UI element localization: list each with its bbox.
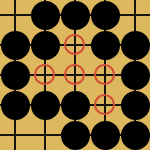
- board-intersection-e1[interactable]: [120, 0, 150, 30]
- black-stone: ●: [1, 91, 30, 120]
- black-stone-glyph: ●: [61, 121, 90, 150]
- black-stone-glyph: ●: [31, 1, 60, 30]
- red-circle-mark: [64, 34, 85, 55]
- black-stone: ●: [61, 91, 90, 120]
- black-stone: ●: [1, 31, 30, 60]
- black-stone-glyph: ●: [31, 31, 60, 60]
- black-stone-glyph: ●: [121, 61, 150, 90]
- black-stone-glyph: ●: [61, 1, 90, 30]
- black-stone-glyph: ●: [1, 61, 30, 90]
- board-intersection-b3[interactable]: [30, 60, 60, 90]
- board-intersection-e4[interactable]: ●: [120, 90, 150, 120]
- board-intersection-c2[interactable]: [60, 30, 90, 60]
- black-stone: ●: [121, 61, 150, 90]
- black-stone: ●: [91, 1, 120, 30]
- black-stone-glyph: ●: [91, 31, 120, 60]
- black-stone: ●: [91, 121, 120, 150]
- black-stone: ●: [31, 1, 60, 30]
- board-intersection-b5[interactable]: [30, 120, 60, 150]
- board-intersection-a1[interactable]: [0, 0, 30, 30]
- black-stone-glyph: ●: [1, 31, 30, 60]
- board-intersection-d5[interactable]: ●: [90, 120, 120, 150]
- black-stone-glyph: ●: [31, 91, 60, 120]
- board-intersection-e3[interactable]: ●: [120, 60, 150, 90]
- black-stone-glyph: ●: [121, 31, 150, 60]
- board-intersection-d2[interactable]: ●: [90, 30, 120, 60]
- black-stone: ●: [121, 121, 150, 150]
- board-intersection-d4[interactable]: [90, 90, 120, 120]
- board-intersection-d1[interactable]: ●: [90, 0, 120, 30]
- black-stone-glyph: ●: [121, 121, 150, 150]
- board-intersection-a3[interactable]: ●: [0, 60, 30, 90]
- red-circle-mark: [94, 64, 115, 85]
- black-stone: ●: [1, 61, 30, 90]
- board-intersection-b4[interactable]: ●: [30, 90, 60, 120]
- black-stone-glyph: ●: [121, 91, 150, 120]
- board-intersection-c4[interactable]: ●: [60, 90, 90, 120]
- red-circle-mark: [94, 94, 115, 115]
- black-stone: ●: [121, 31, 150, 60]
- board-intersection-d3[interactable]: [90, 60, 120, 90]
- board-intersection-e5[interactable]: ●: [120, 120, 150, 150]
- board-intersection-e2[interactable]: ●: [120, 30, 150, 60]
- board-intersection-c3[interactable]: [60, 60, 90, 90]
- red-circle-mark: [34, 64, 55, 85]
- black-stone-glyph: ●: [61, 91, 90, 120]
- black-stone: ●: [91, 31, 120, 60]
- black-stone: ●: [31, 91, 60, 120]
- black-stone: ●: [121, 91, 150, 120]
- black-stone: ●: [31, 31, 60, 60]
- black-stone: ●: [61, 1, 90, 30]
- black-stone-glyph: ●: [91, 121, 120, 150]
- black-stone-glyph: ●: [1, 91, 30, 120]
- board-intersection-a2[interactable]: ●: [0, 30, 30, 60]
- black-stone-glyph: ●: [91, 1, 120, 30]
- black-stone: ●: [61, 121, 90, 150]
- red-circle-mark: [64, 64, 85, 85]
- board-intersection-a5[interactable]: [0, 120, 30, 150]
- board-intersection-c5[interactable]: ●: [60, 120, 90, 150]
- board-intersection-b2[interactable]: ●: [30, 30, 60, 60]
- board-intersection-b1[interactable]: ●: [30, 0, 60, 30]
- board-intersection-a4[interactable]: ●: [0, 90, 30, 120]
- go-board: ●●●●●●●●●●●●●●●●: [0, 0, 150, 150]
- board-intersection-c1[interactable]: ●: [60, 0, 90, 30]
